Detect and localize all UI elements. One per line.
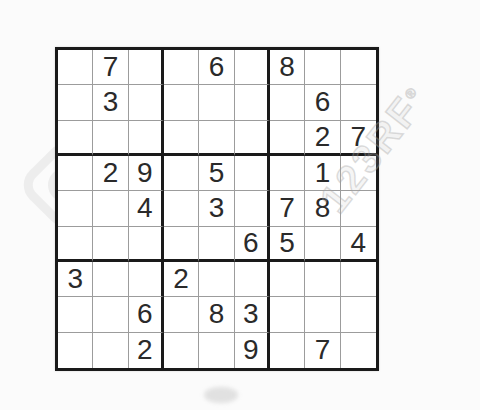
sudoku-cell-r3c2[interactable] <box>93 121 128 156</box>
sudoku-cell-r5c7: 7 <box>270 191 305 226</box>
sudoku-cell-r6c3[interactable] <box>129 227 164 262</box>
sudoku-cell-r5c9[interactable] <box>341 191 376 226</box>
sudoku-cell-r1c2: 7 <box>93 50 128 85</box>
sudoku-cell-r9c6: 9 <box>235 333 270 368</box>
sudoku-cell-r9c8: 7 <box>305 333 340 368</box>
sudoku-cell-r9c4[interactable] <box>164 333 199 368</box>
sudoku-cell-r5c6[interactable] <box>235 191 270 226</box>
sudoku-cell-r1c1[interactable] <box>58 50 93 85</box>
sudoku-cell-r3c9: 7 <box>341 121 376 156</box>
sudoku-cell-r3c6[interactable] <box>235 121 270 156</box>
sudoku-cell-r9c7[interactable] <box>270 333 305 368</box>
sudoku-cell-r3c4[interactable] <box>164 121 199 156</box>
sudoku-cell-r2c7[interactable] <box>270 85 305 120</box>
sudoku-cell-r3c5[interactable] <box>199 121 234 156</box>
sudoku-cell-r8c8[interactable] <box>305 297 340 332</box>
sudoku-cell-r7c3[interactable] <box>129 262 164 297</box>
sudoku-cell-r2c2: 3 <box>93 85 128 120</box>
sudoku-cell-r4c7[interactable] <box>270 156 305 191</box>
sudoku-cell-r1c3[interactable] <box>129 50 164 85</box>
sudoku-cell-r4c3: 9 <box>129 156 164 191</box>
sudoku-cell-r7c8[interactable] <box>305 262 340 297</box>
sudoku-cell-r6c1[interactable] <box>58 227 93 262</box>
sudoku-cell-r6c6: 6 <box>235 227 270 262</box>
sudoku-cell-r7c1: 3 <box>58 262 93 297</box>
sudoku-cell-r4c4[interactable] <box>164 156 199 191</box>
sudoku-cell-r1c7: 8 <box>270 50 305 85</box>
sudoku-cell-r3c3[interactable] <box>129 121 164 156</box>
sudoku-cell-r4c8: 1 <box>305 156 340 191</box>
sudoku-cell-r7c7[interactable] <box>270 262 305 297</box>
sudoku-cell-r6c4[interactable] <box>164 227 199 262</box>
sudoku-cell-r4c2: 2 <box>93 156 128 191</box>
sudoku-cell-r5c1[interactable] <box>58 191 93 226</box>
sudoku-cell-r6c5[interactable] <box>199 227 234 262</box>
sudoku-cell-r7c6[interactable] <box>235 262 270 297</box>
sudoku-cell-r8c1[interactable] <box>58 297 93 332</box>
sudoku-board: 76836272951437865432683297 <box>55 47 379 371</box>
sudoku-cell-r5c3: 4 <box>129 191 164 226</box>
sudoku-cell-r2c1[interactable] <box>58 85 93 120</box>
sudoku-cell-r8c4[interactable] <box>164 297 199 332</box>
sudoku-cell-r2c6[interactable] <box>235 85 270 120</box>
sudoku-cell-r8c9[interactable] <box>341 297 376 332</box>
sudoku-cell-r9c9[interactable] <box>341 333 376 368</box>
sudoku-cell-r5c2[interactable] <box>93 191 128 226</box>
sudoku-cell-r3c1[interactable] <box>58 121 93 156</box>
sudoku-cell-r8c7[interactable] <box>270 297 305 332</box>
sudoku-cell-r4c9[interactable] <box>341 156 376 191</box>
sudoku-cell-r2c5[interactable] <box>199 85 234 120</box>
sudoku-cell-r9c3: 2 <box>129 333 164 368</box>
sudoku-cell-r7c5[interactable] <box>199 262 234 297</box>
sudoku-cell-r2c3[interactable] <box>129 85 164 120</box>
sudoku-cell-r1c6[interactable] <box>235 50 270 85</box>
sudoku-cell-r2c4[interactable] <box>164 85 199 120</box>
sudoku-cell-r5c5: 3 <box>199 191 234 226</box>
sudoku-cell-r8c5: 8 <box>199 297 234 332</box>
sudoku-cell-r1c8[interactable] <box>305 50 340 85</box>
sudoku-cell-r7c9[interactable] <box>341 262 376 297</box>
sudoku-cell-r9c1[interactable] <box>58 333 93 368</box>
sudoku-cell-r6c8[interactable] <box>305 227 340 262</box>
sudoku-cell-r1c5: 6 <box>199 50 234 85</box>
sudoku-cell-r4c5: 5 <box>199 156 234 191</box>
sudoku-cell-r6c7: 5 <box>270 227 305 262</box>
sudoku-cell-r2c8: 6 <box>305 85 340 120</box>
sudoku-cell-r3c7[interactable] <box>270 121 305 156</box>
sudoku-cell-r5c8: 8 <box>305 191 340 226</box>
sudoku-cell-r8c3: 6 <box>129 297 164 332</box>
sudoku-cell-r7c4: 2 <box>164 262 199 297</box>
sudoku-cell-r6c9: 4 <box>341 227 376 262</box>
sudoku-diagram: 76836272951437865432683297 123RF® <box>0 0 480 410</box>
sudoku-cell-r3c8: 2 <box>305 121 340 156</box>
sudoku-cell-r2c9[interactable] <box>341 85 376 120</box>
watermark-blob <box>204 387 238 403</box>
registered-trademark-symbol: ® <box>401 84 420 102</box>
sudoku-cell-r6c2[interactable] <box>93 227 128 262</box>
sudoku-cell-r1c4[interactable] <box>164 50 199 85</box>
sudoku-cell-r4c1[interactable] <box>58 156 93 191</box>
sudoku-cell-r9c5[interactable] <box>199 333 234 368</box>
sudoku-cell-r4c6[interactable] <box>235 156 270 191</box>
sudoku-cell-r9c2[interactable] <box>93 333 128 368</box>
sudoku-cell-r5c4[interactable] <box>164 191 199 226</box>
sudoku-cell-r1c9[interactable] <box>341 50 376 85</box>
sudoku-cell-r8c6: 3 <box>235 297 270 332</box>
sudoku-cell-r8c2[interactable] <box>93 297 128 332</box>
sudoku-cell-r7c2[interactable] <box>93 262 128 297</box>
